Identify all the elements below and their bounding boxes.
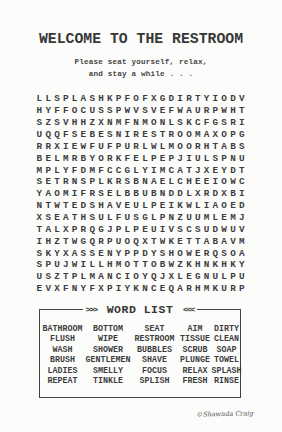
grid-cell: M bbox=[114, 117, 123, 129]
grid-cell: X bbox=[97, 283, 106, 295]
grid-cell: T bbox=[237, 164, 246, 176]
grid-cell: Y bbox=[88, 152, 97, 164]
grid-cell: S bbox=[53, 117, 62, 129]
grid-cell: E bbox=[202, 176, 211, 188]
grid-cell: T bbox=[132, 259, 141, 271]
grid-cell: E bbox=[193, 247, 202, 259]
grid-cell: L bbox=[44, 93, 53, 105]
grid-cell: G bbox=[79, 235, 88, 247]
grid-cell: L bbox=[185, 188, 194, 200]
grid-cell: E bbox=[176, 235, 185, 247]
grid-cell: L bbox=[149, 212, 158, 224]
grid-cell: A bbox=[176, 283, 185, 295]
grid-cell: H bbox=[185, 176, 194, 188]
grid-cell: L bbox=[105, 212, 114, 224]
grid-cell: Q bbox=[88, 223, 97, 235]
grid-cell: U bbox=[149, 223, 158, 235]
grid-cell: E bbox=[141, 223, 150, 235]
grid-cell: H bbox=[79, 117, 88, 129]
grid-cell: P bbox=[149, 200, 158, 212]
grid-cell: L bbox=[141, 152, 150, 164]
grid-cell: L bbox=[123, 223, 132, 235]
word-list-word: SEAT bbox=[132, 323, 177, 334]
grid-cell: K bbox=[132, 283, 141, 295]
word-list-word: REPEAT bbox=[41, 376, 84, 387]
grid-cell: E bbox=[53, 212, 62, 224]
grid-cell: F bbox=[167, 105, 176, 117]
grid-cell: O bbox=[176, 140, 185, 152]
grid-cell: Q bbox=[211, 247, 220, 259]
grid-cell: E bbox=[132, 152, 141, 164]
word-list-word: DIRTY bbox=[213, 323, 240, 334]
grid-cell: I bbox=[167, 200, 176, 212]
grid-cell: U bbox=[193, 212, 202, 224]
grid-cell: T bbox=[53, 176, 62, 188]
grid-cell: M bbox=[88, 271, 97, 283]
grid-cell: F bbox=[61, 105, 70, 117]
grid-cell: L bbox=[167, 117, 176, 129]
grid-cell: U bbox=[123, 140, 132, 152]
grid-cell: Q bbox=[88, 235, 97, 247]
grid-cell: A bbox=[97, 271, 106, 283]
grid-cell: F bbox=[53, 105, 62, 117]
grid-cell: J bbox=[237, 212, 246, 224]
word-list-title: WORD LIST bbox=[107, 303, 174, 316]
grid-cell: P bbox=[70, 271, 79, 283]
grid-cell: W bbox=[123, 105, 132, 117]
grid-cell: P bbox=[229, 271, 238, 283]
grid-cell: W bbox=[149, 140, 158, 152]
grid-cell: E bbox=[141, 129, 150, 141]
grid-cell: N bbox=[141, 283, 150, 295]
grid-cell: P bbox=[123, 247, 132, 259]
grid-cell: Q bbox=[167, 283, 176, 295]
grid-cell: L bbox=[97, 176, 106, 188]
grid-cell: X bbox=[167, 271, 176, 283]
word-list-word: RELAX bbox=[177, 365, 213, 376]
grid-cell: O bbox=[70, 105, 79, 117]
word-search-grid: LLSPLASHKPFOFXGDIRTYIODVHYFFOCUSSPWVSVEF… bbox=[35, 93, 246, 295]
grid-cell: K bbox=[211, 259, 220, 271]
grid-cell: K bbox=[105, 176, 114, 188]
grid-cell: E bbox=[97, 247, 106, 259]
grid-cell: Y bbox=[220, 164, 229, 176]
grid-cell: I bbox=[123, 271, 132, 283]
word-list-word: SPLISH bbox=[132, 376, 177, 387]
grid-cell: I bbox=[70, 188, 79, 200]
grid-cell: C bbox=[105, 164, 114, 176]
grid-cell: Y bbox=[35, 188, 44, 200]
grid-cell: P bbox=[237, 283, 246, 295]
grid-cell: E bbox=[35, 283, 44, 295]
grid-cell: R bbox=[132, 129, 141, 141]
grid-cell: L bbox=[167, 176, 176, 188]
grid-cell: C bbox=[114, 164, 123, 176]
grid-cell: E bbox=[123, 200, 132, 212]
grid-cell: M bbox=[61, 188, 70, 200]
grid-cell: T bbox=[61, 271, 70, 283]
grid-cell: L bbox=[141, 200, 150, 212]
grid-cell: D bbox=[167, 188, 176, 200]
grid-cell: N bbox=[158, 188, 167, 200]
grid-cell: L bbox=[70, 93, 79, 105]
grid-cell: J bbox=[193, 164, 202, 176]
grid-cell: R bbox=[229, 283, 238, 295]
grid-cell: F bbox=[79, 188, 88, 200]
grid-cell: W bbox=[229, 176, 238, 188]
grid-cell: G bbox=[123, 164, 132, 176]
grid-cell: C bbox=[176, 176, 185, 188]
word-list-word: FLUSH bbox=[41, 334, 84, 345]
grid-cell: T bbox=[149, 235, 158, 247]
grid-cell: P bbox=[44, 259, 53, 271]
grid-cell: R bbox=[167, 129, 176, 141]
grid-cell: S bbox=[237, 140, 246, 152]
grid-cell: P bbox=[114, 223, 123, 235]
grid-cell: I bbox=[149, 164, 158, 176]
grid-cell: K bbox=[114, 152, 123, 164]
grid-cell: M bbox=[167, 140, 176, 152]
grid-cell: G bbox=[97, 223, 106, 235]
grid-cell: F bbox=[114, 212, 123, 224]
grid-cell: D bbox=[211, 188, 220, 200]
grid-cell: R bbox=[202, 188, 211, 200]
grid-cell: G bbox=[211, 117, 220, 129]
grid-cell: S bbox=[220, 117, 229, 129]
grid-cell: A bbox=[202, 129, 211, 141]
grid-cell: E bbox=[97, 129, 106, 141]
grid-cell: O bbox=[220, 200, 229, 212]
grid-cell: J bbox=[176, 152, 185, 164]
grid-cell: T bbox=[193, 235, 202, 247]
grid-cell: L bbox=[114, 188, 123, 200]
grid-cell: E bbox=[79, 129, 88, 141]
grid-cell: N bbox=[202, 271, 211, 283]
grid-cell: E bbox=[70, 140, 79, 152]
grid-cell: Y bbox=[44, 105, 53, 117]
grid-cell: C bbox=[114, 271, 123, 283]
grid-cell: Q bbox=[132, 235, 141, 247]
grid-cell: T bbox=[185, 235, 194, 247]
grid-cell: A bbox=[44, 188, 53, 200]
grid-cell: P bbox=[149, 152, 158, 164]
grid-cell: K bbox=[185, 259, 194, 271]
grid-cell: K bbox=[105, 93, 114, 105]
grid-cell: R bbox=[185, 93, 194, 105]
grid-cell: B bbox=[35, 152, 44, 164]
grid-cell: T bbox=[141, 259, 150, 271]
grid-cell: Y bbox=[149, 247, 158, 259]
grid-cell: B bbox=[88, 129, 97, 141]
grid-cell: O bbox=[176, 247, 185, 259]
grid-cell: B bbox=[158, 259, 167, 271]
grid-cell: K bbox=[44, 247, 53, 259]
grid-cell: Z bbox=[88, 117, 97, 129]
grid-cell: S bbox=[44, 212, 53, 224]
grid-cell: D bbox=[211, 223, 220, 235]
grid-cell: B bbox=[123, 188, 132, 200]
grid-cell: H bbox=[44, 235, 53, 247]
word-list-word: PLUNGE bbox=[177, 355, 213, 366]
grid-cell: U bbox=[211, 271, 220, 283]
grid-cell: R bbox=[185, 283, 194, 295]
grid-cell: R bbox=[193, 140, 202, 152]
grid-cell: U bbox=[185, 212, 194, 224]
grid-cell: N bbox=[105, 247, 114, 259]
grid-cell: I bbox=[35, 235, 44, 247]
word-list-word: TOWEL bbox=[213, 355, 240, 366]
grid-cell: H bbox=[97, 200, 106, 212]
grid-cell: E bbox=[158, 283, 167, 295]
grid-cell: K bbox=[211, 283, 220, 295]
grid-cell: D bbox=[141, 247, 150, 259]
grid-cell: N bbox=[114, 129, 123, 141]
grid-cell: O bbox=[123, 259, 132, 271]
grid-cell: E bbox=[220, 212, 229, 224]
grid-cell: M bbox=[114, 259, 123, 271]
grid-cell: U bbox=[193, 152, 202, 164]
grid-cell: U bbox=[35, 129, 44, 141]
grid-cell: L bbox=[176, 271, 185, 283]
left-chevrons-icon: <<< bbox=[183, 305, 194, 314]
grid-cell: B bbox=[211, 235, 220, 247]
grid-cell: A bbox=[44, 223, 53, 235]
grid-cell: N bbox=[105, 271, 114, 283]
grid-cell: V bbox=[229, 235, 238, 247]
grid-cell: S bbox=[105, 129, 114, 141]
grid-cell: O bbox=[185, 140, 194, 152]
grid-cell: P bbox=[132, 247, 141, 259]
word-list-word: SHAVE bbox=[132, 355, 177, 366]
grid-cell: P bbox=[132, 223, 141, 235]
grid-cell: G bbox=[193, 271, 202, 283]
grid-cell: X bbox=[220, 188, 229, 200]
grid-cell: E bbox=[158, 105, 167, 117]
grid-cell: E bbox=[70, 200, 79, 212]
grid-cell: E bbox=[158, 152, 167, 164]
grid-cell: E bbox=[158, 200, 167, 212]
grid-cell: Y bbox=[79, 283, 88, 295]
grid-cell: N bbox=[202, 259, 211, 271]
grid-cell: X bbox=[211, 129, 220, 141]
word-list-word: AIM bbox=[177, 323, 213, 334]
grid-cell: S bbox=[132, 212, 141, 224]
grid-cell: N bbox=[229, 152, 238, 164]
grid-cell: P bbox=[61, 93, 70, 105]
grid-cell: X bbox=[202, 164, 211, 176]
grid-cell: W bbox=[158, 235, 167, 247]
grid-cell: Z bbox=[53, 235, 62, 247]
grid-cell: S bbox=[123, 176, 132, 188]
grid-cell: K bbox=[167, 235, 176, 247]
grid-cell: W bbox=[220, 105, 229, 117]
grid-cell: F bbox=[123, 117, 132, 129]
grid-cell: X bbox=[149, 93, 158, 105]
grid-cell: P bbox=[114, 93, 123, 105]
grid-cell: O bbox=[149, 117, 158, 129]
grid-cell: S bbox=[220, 247, 229, 259]
author-signature: ©Shawnda Craig bbox=[196, 410, 253, 419]
grid-cell: B bbox=[132, 188, 141, 200]
grid-cell: K bbox=[229, 259, 238, 271]
grid-cell: R bbox=[79, 223, 88, 235]
grid-cell: C bbox=[167, 164, 176, 176]
grid-cell: G bbox=[237, 129, 246, 141]
grid-cell: J bbox=[158, 271, 167, 283]
grid-cell: F bbox=[105, 140, 114, 152]
grid-cell: Z bbox=[176, 212, 185, 224]
word-list-word: SMELLY bbox=[84, 365, 132, 376]
grid-cell: H bbox=[193, 283, 202, 295]
grid-cell: I bbox=[211, 93, 220, 105]
word-list-word: SPLASH bbox=[213, 365, 240, 376]
grid-cell: I bbox=[123, 129, 132, 141]
grid-cell: L bbox=[158, 140, 167, 152]
grid-cell: W bbox=[185, 247, 194, 259]
grid-cell: Y bbox=[237, 259, 246, 271]
word-list-word: CLEAN bbox=[213, 334, 240, 345]
grid-cell: Z bbox=[44, 117, 53, 129]
word-list-word: RINSE bbox=[213, 376, 240, 387]
grid-cell: W bbox=[70, 235, 79, 247]
grid-cell: P bbox=[114, 140, 123, 152]
grid-cell: L bbox=[79, 271, 88, 283]
grid-cell: I bbox=[211, 176, 220, 188]
grid-cell: H bbox=[105, 259, 114, 271]
subtitle-line-2: and stay a while . . . bbox=[0, 69, 282, 81]
grid-cell: B bbox=[229, 188, 238, 200]
grid-cell: A bbox=[202, 235, 211, 247]
grid-cell: O bbox=[132, 93, 141, 105]
grid-cell: I bbox=[237, 188, 246, 200]
word-list-word: SHOWER bbox=[84, 344, 132, 355]
grid-cell: P bbox=[158, 212, 167, 224]
grid-cell: C bbox=[237, 176, 246, 188]
grid-cell: W bbox=[53, 200, 62, 212]
grid-cell: A bbox=[185, 105, 194, 117]
grid-cell: L bbox=[193, 200, 202, 212]
grid-cell: E bbox=[229, 200, 238, 212]
grid-cell: R bbox=[114, 176, 123, 188]
grid-cell: F bbox=[123, 152, 132, 164]
grid-cell: F bbox=[61, 283, 70, 295]
grid-cell: F bbox=[123, 93, 132, 105]
grid-cell: M bbox=[229, 212, 238, 224]
grid-cell: O bbox=[220, 93, 229, 105]
grid-cell: F bbox=[88, 283, 97, 295]
grid-cell: I bbox=[61, 140, 70, 152]
grid-cell: J bbox=[61, 259, 70, 271]
grid-cell: S bbox=[35, 117, 44, 129]
grid-cell: E bbox=[105, 188, 114, 200]
grid-cell: S bbox=[35, 247, 44, 259]
grid-cell: K bbox=[185, 117, 194, 129]
grid-cell: Y bbox=[141, 271, 150, 283]
grid-cell: C bbox=[185, 223, 194, 235]
grid-cell: C bbox=[79, 105, 88, 117]
grid-cell: L bbox=[35, 93, 44, 105]
word-list-word: RESTROOM bbox=[132, 334, 177, 345]
grid-cell: V bbox=[114, 200, 123, 212]
grid-cell: P bbox=[88, 176, 97, 188]
grid-cell: U bbox=[132, 200, 141, 212]
grid-cell: D bbox=[79, 164, 88, 176]
word-list-word: WIPE bbox=[84, 334, 132, 345]
grid-cell: P bbox=[105, 235, 114, 247]
grid-cell: N bbox=[35, 200, 44, 212]
grid-cell: F bbox=[61, 129, 70, 141]
grid-cell: A bbox=[237, 247, 246, 259]
subtitle-line-1: Please seat yourself, relax, bbox=[0, 57, 282, 69]
grid-cell: N bbox=[105, 117, 114, 129]
grid-cell: P bbox=[114, 105, 123, 117]
grid-cell: S bbox=[97, 188, 106, 200]
grid-cell: X bbox=[61, 247, 70, 259]
grid-cell: S bbox=[88, 93, 97, 105]
grid-cell: Y bbox=[114, 247, 123, 259]
grid-cell: E bbox=[158, 176, 167, 188]
grid-cell: M bbox=[141, 117, 150, 129]
grid-cell: N bbox=[70, 176, 79, 188]
grid-cell: E bbox=[44, 152, 53, 164]
grid-cell: W bbox=[176, 105, 185, 117]
grid-cell: W bbox=[220, 223, 229, 235]
grid-cell: R bbox=[35, 140, 44, 152]
grid-cell: I bbox=[176, 93, 185, 105]
grid-cell: S bbox=[88, 200, 97, 212]
word-list-header: >>> WORD LIST <<< bbox=[40, 302, 240, 318]
grid-cell: M bbox=[193, 129, 202, 141]
word-list-word: SCRUB bbox=[177, 344, 213, 355]
grid-cell: M bbox=[237, 235, 246, 247]
grid-cell: P bbox=[70, 223, 79, 235]
grid-cell: I bbox=[202, 200, 211, 212]
grid-cell: O bbox=[132, 271, 141, 283]
grid-cell: P bbox=[167, 152, 176, 164]
grid-cell: O bbox=[123, 235, 132, 247]
grid-cell: O bbox=[185, 129, 194, 141]
grid-cell: J bbox=[105, 223, 114, 235]
grid-cell: A bbox=[70, 247, 79, 259]
grid-cell: U bbox=[202, 223, 211, 235]
grid-cell: V bbox=[44, 283, 53, 295]
grid-cell: F bbox=[202, 117, 211, 129]
grid-cell: I bbox=[237, 117, 246, 129]
word-list-word: LADIES bbox=[41, 365, 84, 376]
grid-cell: S bbox=[88, 212, 97, 224]
word-list-word: FRESH bbox=[177, 376, 213, 387]
grid-cell: U bbox=[114, 235, 123, 247]
grid-cell: B bbox=[79, 152, 88, 164]
grid-cell: Y bbox=[141, 164, 150, 176]
grid-cell: R bbox=[202, 105, 211, 117]
grid-cell: P bbox=[211, 105, 220, 117]
grid-cell: O bbox=[149, 259, 158, 271]
grid-cell: H bbox=[97, 93, 106, 105]
grid-cell: M bbox=[35, 164, 44, 176]
right-chevrons-icon: >>> bbox=[86, 305, 97, 314]
grid-cell: T bbox=[193, 93, 202, 105]
grid-cell: S bbox=[35, 259, 44, 271]
grid-cell: L bbox=[202, 152, 211, 164]
grid-cell: L bbox=[132, 164, 141, 176]
word-list: BATHROOMBOTTOMSEATAIMDIRTYFLUSHWIPERESTR… bbox=[41, 323, 240, 386]
grid-cell: S bbox=[44, 271, 53, 283]
word-list-word: WASH bbox=[41, 344, 84, 355]
grid-cell: H bbox=[167, 247, 176, 259]
grid-cell: U bbox=[229, 223, 238, 235]
grid-cell: B bbox=[229, 140, 238, 152]
